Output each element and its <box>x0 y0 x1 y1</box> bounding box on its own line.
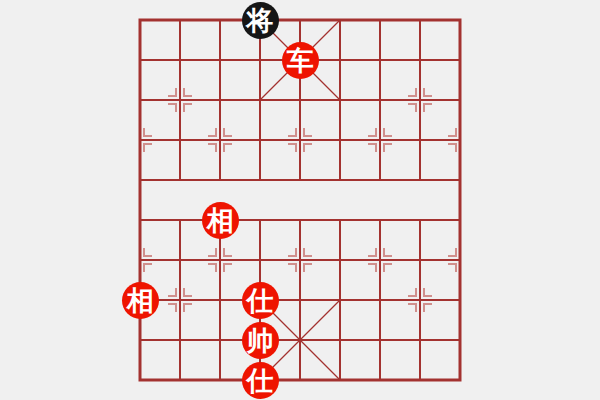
piece-red-elephant-a[interactable]: 相 <box>202 202 239 239</box>
piece-red-chariot[interactable]: 车 <box>282 42 319 79</box>
piece-grid: 将车相相仕帅仕 <box>120 0 480 400</box>
piece-red-elephant-b[interactable]: 相 <box>122 282 159 319</box>
piece-red-advisor-a[interactable]: 仕 <box>242 282 279 319</box>
xiangqi-app: 将车相相仕帅仕 <box>0 0 600 400</box>
piece-red-general[interactable]: 帅 <box>242 322 279 359</box>
piece-black-general[interactable]: 将 <box>242 2 279 39</box>
piece-red-advisor-b[interactable]: 仕 <box>242 362 279 399</box>
